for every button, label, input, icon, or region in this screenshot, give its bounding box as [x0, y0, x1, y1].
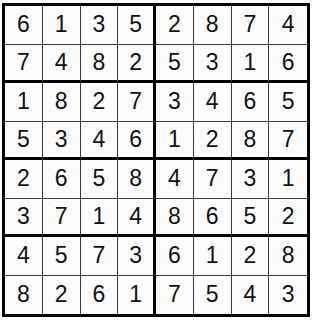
cell-r8c1: 8 [5, 276, 43, 315]
cell-r5c2: 6 [43, 160, 81, 199]
sudoku-board: 6135287474825316182734655346128726584731… [2, 3, 310, 317]
cell-r6c5: 8 [156, 199, 194, 238]
cell-r6c3: 1 [81, 199, 119, 238]
cell-r7c1: 4 [5, 237, 43, 276]
cell-r7c2: 5 [43, 237, 81, 276]
cell-r4c8: 7 [269, 122, 307, 161]
cell-r5c4: 8 [118, 160, 156, 199]
cell-r8c2: 2 [43, 276, 81, 315]
cell-r8c3: 6 [81, 276, 119, 315]
cell-r3c1: 1 [5, 83, 43, 122]
cell-r1c7: 7 [232, 6, 270, 45]
cell-r3c6: 4 [194, 83, 232, 122]
cell-r4c6: 2 [194, 122, 232, 161]
cell-r2c3: 8 [81, 45, 119, 84]
cell-r3c7: 6 [232, 83, 270, 122]
cell-r1c6: 8 [194, 6, 232, 45]
cell-r3c4: 7 [118, 83, 156, 122]
cell-r7c7: 2 [232, 237, 270, 276]
cell-r3c2: 8 [43, 83, 81, 122]
cell-r5c7: 3 [232, 160, 270, 199]
cell-r2c6: 3 [194, 45, 232, 84]
cell-r6c8: 2 [269, 199, 307, 238]
cell-r7c6: 1 [194, 237, 232, 276]
cell-r1c2: 1 [43, 6, 81, 45]
cell-r5c3: 5 [81, 160, 119, 199]
cell-r5c1: 2 [5, 160, 43, 199]
cell-r1c8: 4 [269, 6, 307, 45]
cell-r2c8: 6 [269, 45, 307, 84]
cell-r6c1: 3 [5, 199, 43, 238]
cell-r2c2: 4 [43, 45, 81, 84]
cell-r3c3: 2 [81, 83, 119, 122]
cell-r4c7: 8 [232, 122, 270, 161]
cell-r5c6: 7 [194, 160, 232, 199]
cell-r8c4: 1 [118, 276, 156, 315]
cell-r8c5: 7 [156, 276, 194, 315]
cell-r4c4: 6 [118, 122, 156, 161]
cell-r8c8: 3 [269, 276, 307, 315]
cell-r1c3: 3 [81, 6, 119, 45]
cell-r4c3: 4 [81, 122, 119, 161]
cell-r4c2: 3 [43, 122, 81, 161]
cell-r7c4: 3 [118, 237, 156, 276]
cell-r2c4: 2 [118, 45, 156, 84]
cell-r2c5: 5 [156, 45, 194, 84]
cell-r6c7: 5 [232, 199, 270, 238]
cell-r6c6: 6 [194, 199, 232, 238]
cell-r4c5: 1 [156, 122, 194, 161]
cell-r2c7: 1 [232, 45, 270, 84]
cell-r8c7: 4 [232, 276, 270, 315]
cell-r1c1: 6 [5, 6, 43, 45]
cell-r2c1: 7 [5, 45, 43, 84]
cell-r1c5: 2 [156, 6, 194, 45]
cell-r5c5: 4 [156, 160, 194, 199]
cell-r3c8: 5 [269, 83, 307, 122]
cell-r6c4: 4 [118, 199, 156, 238]
cell-r7c3: 7 [81, 237, 119, 276]
cell-r5c8: 1 [269, 160, 307, 199]
cell-r3c5: 3 [156, 83, 194, 122]
cell-r8c6: 5 [194, 276, 232, 315]
cell-r1c4: 5 [118, 6, 156, 45]
cell-r7c5: 6 [156, 237, 194, 276]
cell-r6c2: 7 [43, 199, 81, 238]
cell-r7c8: 8 [269, 237, 307, 276]
cell-r4c1: 5 [5, 122, 43, 161]
